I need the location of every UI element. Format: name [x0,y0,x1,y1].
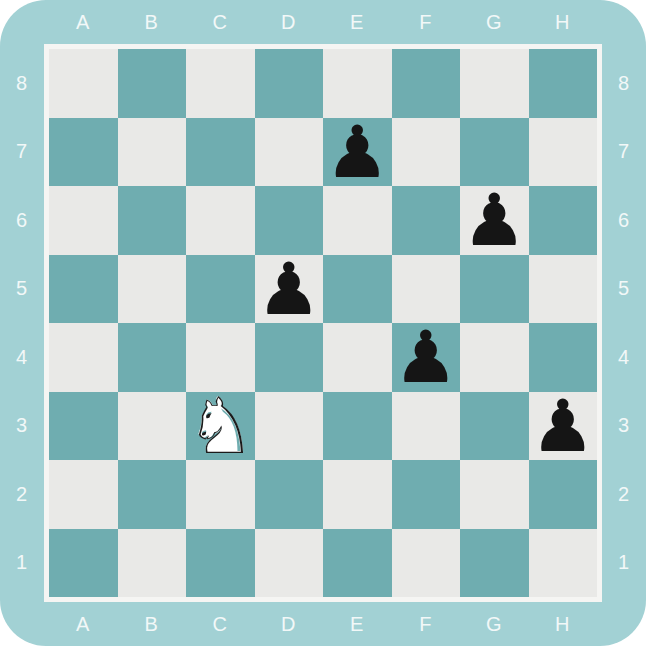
black-pawn-g6[interactable]: ♟ [460,186,529,255]
file-label-c: C [186,602,255,646]
rank-labels-right: 87654321 [602,49,646,597]
rank-label-1: 1 [0,529,44,598]
file-label-f: F [392,602,461,646]
square-a8[interactable] [49,49,118,118]
square-b7[interactable] [118,118,187,187]
board-grid: ♟♟♟♟♞♘♟ [49,49,597,597]
file-label-g: G [460,0,529,44]
square-a3[interactable] [49,392,118,461]
white-knight-c3[interactable]: ♞♘ [186,392,255,461]
black-pawn-glyph: ♟ [529,392,598,461]
square-g3[interactable] [460,392,529,461]
square-c6[interactable] [186,186,255,255]
square-b3[interactable] [118,392,187,461]
square-b1[interactable] [118,529,187,598]
black-pawn-glyph: ♟ [460,186,529,255]
square-c8[interactable] [186,49,255,118]
rank-label-2: 2 [602,460,646,529]
chess-diagram: ABCDEFGH ABCDEFGH 87654321 87654321 ♟♟♟♟… [0,0,646,646]
rank-label-5: 5 [602,255,646,324]
file-labels-bottom: ABCDEFGH [49,602,597,646]
square-c1[interactable] [186,529,255,598]
square-f5[interactable] [392,255,461,324]
black-pawn-f4[interactable]: ♟ [392,323,461,392]
square-c2[interactable] [186,460,255,529]
square-h7[interactable] [529,118,598,187]
black-pawn-h3[interactable]: ♟ [529,392,598,461]
file-label-b: B [118,0,187,44]
square-d2[interactable] [255,460,324,529]
square-a5[interactable] [49,255,118,324]
file-label-f: F [392,0,461,44]
square-g6[interactable]: ♟ [460,186,529,255]
file-label-h: H [529,602,598,646]
square-a7[interactable] [49,118,118,187]
rank-label-4: 4 [602,323,646,392]
black-pawn-glyph: ♟ [255,255,324,324]
square-d8[interactable] [255,49,324,118]
rank-label-7: 7 [602,118,646,187]
rank-label-8: 8 [0,49,44,118]
square-h5[interactable] [529,255,598,324]
square-f2[interactable] [392,460,461,529]
file-label-h: H [529,0,598,44]
rank-label-6: 6 [0,186,44,255]
square-e1[interactable] [323,529,392,598]
file-label-a: A [49,0,118,44]
square-b2[interactable] [118,460,187,529]
square-b8[interactable] [118,49,187,118]
rank-label-7: 7 [0,118,44,187]
rank-label-3: 3 [0,392,44,461]
rank-labels-left: 87654321 [0,49,44,597]
square-b6[interactable] [118,186,187,255]
file-label-c: C [186,0,255,44]
file-label-d: D [255,0,324,44]
file-labels-top: ABCDEFGH [49,0,597,44]
square-e8[interactable] [323,49,392,118]
square-h1[interactable] [529,529,598,598]
square-h6[interactable] [529,186,598,255]
square-f8[interactable] [392,49,461,118]
file-label-e: E [323,0,392,44]
square-f1[interactable] [392,529,461,598]
square-c3[interactable]: ♞♘ [186,392,255,461]
square-b4[interactable] [118,323,187,392]
rank-label-4: 4 [0,323,44,392]
file-label-e: E [323,602,392,646]
square-a1[interactable] [49,529,118,598]
square-h3[interactable]: ♟ [529,392,598,461]
square-a4[interactable] [49,323,118,392]
black-pawn-d5[interactable]: ♟ [255,255,324,324]
file-label-a: A [49,602,118,646]
rank-label-1: 1 [602,529,646,598]
rank-label-8: 8 [602,49,646,118]
file-label-d: D [255,602,324,646]
square-g1[interactable] [460,529,529,598]
square-b5[interactable] [118,255,187,324]
square-d7[interactable] [255,118,324,187]
square-h4[interactable] [529,323,598,392]
rank-label-2: 2 [0,460,44,529]
square-e5[interactable] [323,255,392,324]
square-f4[interactable]: ♟ [392,323,461,392]
square-d1[interactable] [255,529,324,598]
rank-label-6: 6 [602,186,646,255]
black-pawn-glyph: ♟ [392,323,461,392]
square-e6[interactable] [323,186,392,255]
square-d6[interactable] [255,186,324,255]
square-g7[interactable] [460,118,529,187]
square-e7[interactable]: ♟ [323,118,392,187]
square-e3[interactable] [323,392,392,461]
file-label-b: B [118,602,187,646]
square-h8[interactable] [529,49,598,118]
square-c5[interactable] [186,255,255,324]
square-g4[interactable] [460,323,529,392]
black-pawn-glyph: ♟ [323,118,392,187]
square-e4[interactable] [323,323,392,392]
square-a2[interactable] [49,460,118,529]
square-g2[interactable] [460,460,529,529]
white-knight-outline-glyph: ♘ [186,392,255,461]
square-h2[interactable] [529,460,598,529]
square-g5[interactable] [460,255,529,324]
square-f3[interactable] [392,392,461,461]
square-f7[interactable] [392,118,461,187]
square-f6[interactable] [392,186,461,255]
file-label-g: G [460,602,529,646]
square-d3[interactable] [255,392,324,461]
square-c7[interactable] [186,118,255,187]
rank-label-5: 5 [0,255,44,324]
square-d4[interactable] [255,323,324,392]
square-g8[interactable] [460,49,529,118]
square-a6[interactable] [49,186,118,255]
black-pawn-e7[interactable]: ♟ [323,118,392,187]
chess-board: ♟♟♟♟♞♘♟ [44,44,602,602]
square-e2[interactable] [323,460,392,529]
square-d5[interactable]: ♟ [255,255,324,324]
rank-label-3: 3 [602,392,646,461]
